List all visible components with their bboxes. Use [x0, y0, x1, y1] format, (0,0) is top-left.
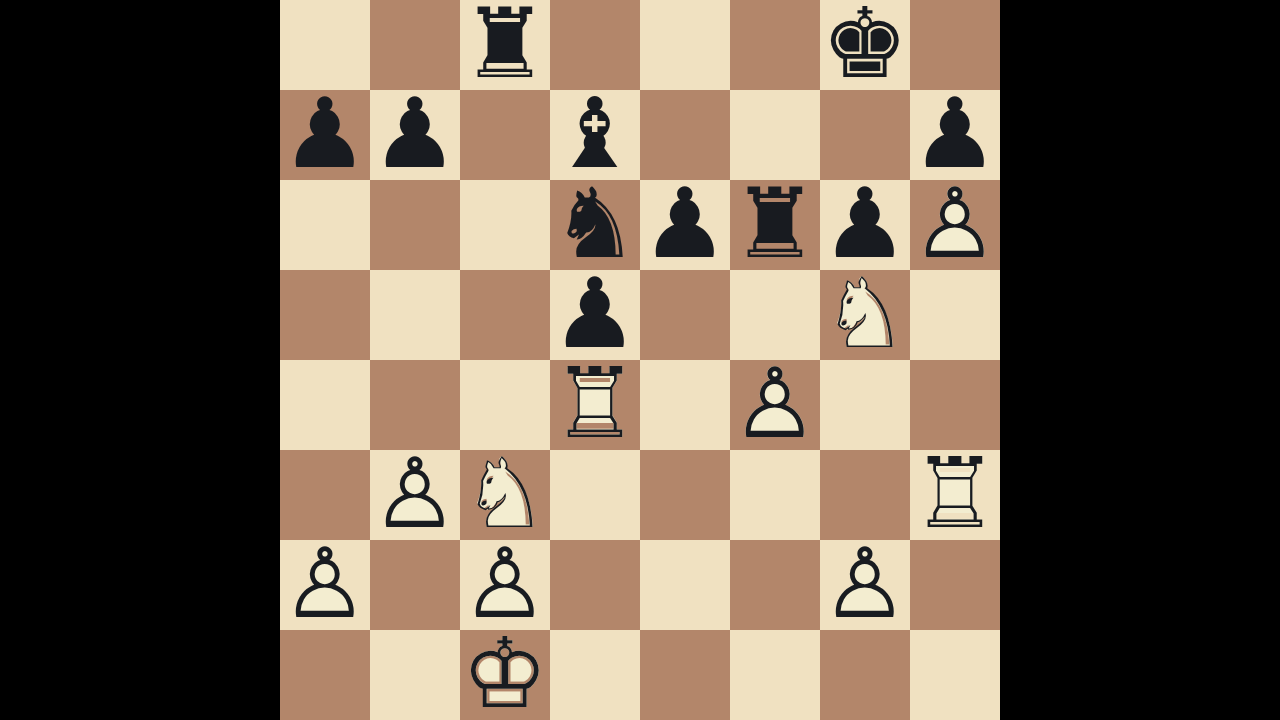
- video-frame: ♜♚♟♟♝♟♞♟♜♟♟♙♟♞♘♜♖♟♙♟♙♞♘♜♖♟♙♟♙♟♙♚♔: [0, 0, 1280, 720]
- square-g4: [820, 360, 910, 450]
- square-c7: [460, 90, 550, 180]
- square-f6: ♜: [730, 180, 820, 270]
- square-d1: [550, 630, 640, 720]
- black-pawn-b7: ♟: [370, 90, 460, 180]
- square-e5: [640, 270, 730, 360]
- square-b3: ♟♙: [370, 450, 460, 540]
- square-f4: ♟♙: [730, 360, 820, 450]
- square-h5: [910, 270, 1000, 360]
- white-rook-h3: ♜♖: [910, 450, 1000, 540]
- square-e1: [640, 630, 730, 720]
- white-pawn-f4: ♟♙: [730, 360, 820, 450]
- square-a7: ♟: [280, 90, 370, 180]
- square-f3: [730, 450, 820, 540]
- white-pawn-h6: ♟♙: [910, 180, 1000, 270]
- black-pawn-a7: ♟: [280, 90, 370, 180]
- square-c6: [460, 180, 550, 270]
- square-a6: [280, 180, 370, 270]
- square-a5: [280, 270, 370, 360]
- white-rook-d4: ♜♖: [550, 360, 640, 450]
- white-pawn-g2: ♟♙: [820, 540, 910, 630]
- black-rook-c8: ♜: [460, 0, 550, 90]
- square-h6: ♟♙: [910, 180, 1000, 270]
- square-b5: [370, 270, 460, 360]
- white-pawn-a2: ♟♙: [280, 540, 370, 630]
- square-a4: [280, 360, 370, 450]
- square-d4: ♜♖: [550, 360, 640, 450]
- black-rook-f6: ♜: [730, 180, 820, 270]
- square-d3: [550, 450, 640, 540]
- square-h3: ♜♖: [910, 450, 1000, 540]
- square-e3: [640, 450, 730, 540]
- square-a2: ♟♙: [280, 540, 370, 630]
- square-e8: [640, 0, 730, 90]
- square-c8: ♜: [460, 0, 550, 90]
- square-g5: ♞♘: [820, 270, 910, 360]
- square-g1: [820, 630, 910, 720]
- square-f2: [730, 540, 820, 630]
- square-b7: ♟: [370, 90, 460, 180]
- square-a1: [280, 630, 370, 720]
- white-knight-g5: ♞♘: [820, 270, 910, 360]
- square-c5: [460, 270, 550, 360]
- square-b2: [370, 540, 460, 630]
- square-e6: ♟: [640, 180, 730, 270]
- square-f8: [730, 0, 820, 90]
- square-c1: ♚♔: [460, 630, 550, 720]
- square-h1: [910, 630, 1000, 720]
- square-e2: [640, 540, 730, 630]
- black-king-g8: ♚: [820, 0, 910, 90]
- white-pawn-b3: ♟♙: [370, 450, 460, 540]
- chess-board: ♜♚♟♟♝♟♞♟♜♟♟♙♟♞♘♜♖♟♙♟♙♞♘♜♖♟♙♟♙♟♙♚♔: [280, 0, 1000, 720]
- square-d2: [550, 540, 640, 630]
- black-pawn-e6: ♟: [640, 180, 730, 270]
- square-b1: [370, 630, 460, 720]
- white-king-c1: ♚♔: [460, 630, 550, 720]
- square-f1: [730, 630, 820, 720]
- square-g8: ♚: [820, 0, 910, 90]
- square-b6: [370, 180, 460, 270]
- square-h2: [910, 540, 1000, 630]
- square-e4: [640, 360, 730, 450]
- square-g2: ♟♙: [820, 540, 910, 630]
